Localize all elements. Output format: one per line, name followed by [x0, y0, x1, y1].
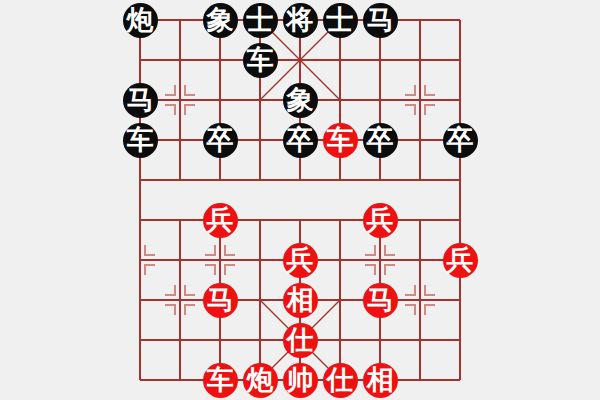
black-elephant-glyph: 象 — [287, 87, 314, 114]
red-elephant[interactable]: 相 — [283, 283, 318, 318]
red-advisor-glyph: 仕 — [287, 327, 314, 354]
black-cannon[interactable]: 炮 — [123, 3, 158, 38]
red-elephant[interactable]: 相 — [363, 363, 398, 398]
red-advisor[interactable]: 仕 — [283, 323, 318, 358]
black-soldier-glyph: 卒 — [287, 127, 314, 154]
black-chariot-glyph: 车 — [127, 127, 154, 154]
red-elephant-glyph: 相 — [367, 367, 394, 394]
red-soldier-glyph: 兵 — [447, 247, 474, 274]
red-cannon-glyph: 炮 — [247, 367, 274, 394]
black-elephant[interactable]: 象 — [283, 83, 318, 118]
xiangqi-board[interactable]: 炮象士将士马车马象车卒卒车卒卒兵兵兵兵马相马仕车炮帅仕相 — [120, 0, 480, 400]
red-horse-glyph: 马 — [207, 287, 234, 314]
black-advisor[interactable]: 士 — [243, 3, 278, 38]
red-horse-glyph: 马 — [367, 287, 394, 314]
black-elephant[interactable]: 象 — [203, 3, 238, 38]
red-chariot-glyph: 车 — [327, 127, 354, 154]
black-elephant-glyph: 象 — [207, 7, 234, 34]
black-chariot[interactable]: 车 — [123, 123, 158, 158]
red-soldier-glyph: 兵 — [207, 207, 234, 234]
red-advisor[interactable]: 仕 — [323, 363, 358, 398]
black-soldier-glyph: 卒 — [207, 127, 234, 154]
black-general[interactable]: 将 — [283, 3, 318, 38]
black-soldier-glyph: 卒 — [367, 127, 394, 154]
red-elephant-glyph: 相 — [287, 287, 314, 314]
black-soldier[interactable]: 卒 — [203, 123, 238, 158]
black-horse-glyph: 马 — [127, 87, 154, 114]
black-advisor-glyph: 士 — [247, 7, 274, 34]
red-chariot[interactable]: 车 — [203, 363, 238, 398]
black-advisor-glyph: 士 — [327, 7, 354, 34]
black-chariot[interactable]: 车 — [243, 43, 278, 78]
red-horse[interactable]: 马 — [363, 283, 398, 318]
black-soldier[interactable]: 卒 — [443, 123, 478, 158]
red-soldier[interactable]: 兵 — [363, 203, 398, 238]
red-cannon[interactable]: 炮 — [243, 363, 278, 398]
black-horse-glyph: 马 — [367, 7, 394, 34]
black-soldier[interactable]: 卒 — [283, 123, 318, 158]
black-soldier-glyph: 卒 — [447, 127, 474, 154]
red-chariot-glyph: 车 — [207, 367, 234, 394]
red-soldier[interactable]: 兵 — [443, 243, 478, 278]
red-horse[interactable]: 马 — [203, 283, 238, 318]
red-soldier[interactable]: 兵 — [283, 243, 318, 278]
xiangqi-screenshot: 炮象士将士马车马象车卒卒车卒卒兵兵兵兵马相马仕车炮帅仕相 — [0, 0, 600, 400]
red-chariot[interactable]: 车 — [323, 123, 358, 158]
black-advisor[interactable]: 士 — [323, 3, 358, 38]
red-general-glyph: 帅 — [287, 367, 314, 394]
black-soldier[interactable]: 卒 — [363, 123, 398, 158]
red-soldier[interactable]: 兵 — [203, 203, 238, 238]
red-soldier-glyph: 兵 — [367, 207, 394, 234]
red-general[interactable]: 帅 — [283, 363, 318, 398]
red-soldier-glyph: 兵 — [287, 247, 314, 274]
red-advisor-glyph: 仕 — [327, 367, 354, 394]
black-general-glyph: 将 — [287, 7, 314, 34]
black-horse[interactable]: 马 — [363, 3, 398, 38]
black-chariot-glyph: 车 — [247, 47, 274, 74]
black-horse[interactable]: 马 — [123, 83, 158, 118]
black-cannon-glyph: 炮 — [127, 7, 154, 34]
